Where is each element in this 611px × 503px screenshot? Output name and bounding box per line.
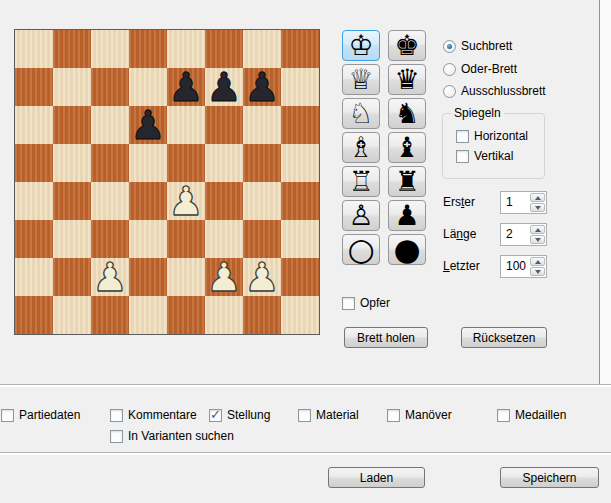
- square-f7[interactable]: ♟: [205, 68, 243, 106]
- square-b5[interactable]: [53, 144, 91, 182]
- checkbox-box: ✓: [298, 409, 311, 422]
- checkbox-label: Opfer: [360, 296, 390, 310]
- mirror-groupbox: Spiegeln ✓ Horizontal ✓ Vertikal: [442, 113, 545, 179]
- square-d2[interactable]: [129, 258, 167, 296]
- square-f4[interactable]: [205, 182, 243, 220]
- groupbox-title: Spiegeln: [451, 106, 504, 120]
- erster-value: 1: [506, 195, 513, 209]
- laenge-value: 2: [506, 227, 513, 241]
- spin-up-icon: [535, 228, 541, 232]
- square-e7[interactable]: ♟: [167, 68, 205, 106]
- any-black-piece-icon: ●: [393, 234, 420, 265]
- checkbox-label: Medaillen: [515, 408, 566, 422]
- square-a8[interactable]: [15, 30, 53, 68]
- square-d3[interactable]: [129, 220, 167, 258]
- piece-white-pawn: ♟: [168, 182, 204, 220]
- square-h4[interactable]: [281, 182, 319, 220]
- square-h2[interactable]: [281, 258, 319, 296]
- square-g4[interactable]: [243, 182, 281, 220]
- square-e6[interactable]: [167, 106, 205, 144]
- spin-up-button[interactable]: [530, 193, 545, 202]
- erster-label: Erster: [443, 195, 475, 209]
- divider-bottom: [0, 452, 611, 455]
- white-rook-icon: ♖: [348, 166, 373, 197]
- black-queen-icon: ♛: [394, 64, 419, 95]
- square-c4[interactable]: [91, 182, 129, 220]
- white-king-button[interactable]: ♔: [342, 30, 380, 61]
- white-queen-button[interactable]: ♕: [342, 64, 380, 95]
- checkbox-box: ✓: [387, 409, 400, 422]
- checkbox-label: Partiedaten: [19, 408, 80, 422]
- check-icon: ✓: [210, 407, 221, 422]
- square-b4[interactable]: [53, 182, 91, 220]
- square-c6[interactable]: [91, 106, 129, 144]
- black-bishop-icon: ♝: [394, 132, 419, 163]
- letzter-spinner[interactable]: 100: [500, 255, 547, 278]
- spin-down-button[interactable]: [530, 267, 545, 276]
- any-black-piece-button[interactable]: ●: [388, 234, 426, 265]
- square-a2[interactable]: [15, 258, 53, 296]
- black-pawn-icon: ♟: [394, 200, 419, 231]
- square-a6[interactable]: [15, 106, 53, 144]
- square-c3[interactable]: [91, 220, 129, 258]
- square-e5[interactable]: [167, 144, 205, 182]
- radio-ausschlussbrett[interactable]: Ausschlussbrett: [443, 84, 546, 98]
- load-button[interactable]: Laden: [328, 467, 425, 488]
- square-g7[interactable]: ♟: [243, 68, 281, 106]
- checkbox-material[interactable]: ✓ Material: [298, 408, 359, 422]
- black-king-button[interactable]: ♚: [388, 30, 426, 61]
- white-pawn-icon: ♙: [348, 200, 373, 231]
- square-d8[interactable]: [129, 30, 167, 68]
- square-f2[interactable]: ♟: [205, 258, 243, 296]
- square-b2[interactable]: [53, 258, 91, 296]
- black-bishop-button[interactable]: ♝: [388, 132, 426, 163]
- square-h6[interactable]: [281, 106, 319, 144]
- square-f8[interactable]: [205, 30, 243, 68]
- radio-label: Suchbrett: [461, 39, 512, 53]
- save-button[interactable]: Speichern: [500, 467, 599, 488]
- checkbox-vertikal[interactable]: ✓ Vertikal: [456, 149, 513, 163]
- checkbox-kommentare[interactable]: ✓ Kommentare: [110, 408, 197, 422]
- square-b8[interactable]: [53, 30, 91, 68]
- any-white-piece-button[interactable]: ○: [342, 234, 380, 265]
- square-e3[interactable]: [167, 220, 205, 258]
- white-bishop-icon: ♗: [348, 132, 373, 163]
- panel-right-edge: [599, 0, 600, 385]
- radio-label: Ausschlussbrett: [461, 84, 546, 98]
- white-queen-icon: ♕: [348, 64, 373, 95]
- checkbox-box: ✓: [110, 430, 123, 443]
- black-queen-button[interactable]: ♛: [388, 64, 426, 95]
- checkbox-label: Horizontal: [474, 129, 528, 143]
- square-c5[interactable]: [91, 144, 129, 182]
- checkbox-box: ✓: [456, 150, 469, 163]
- spin-up-button[interactable]: [530, 257, 545, 266]
- checkbox-box: ✓: [497, 409, 510, 422]
- divider-top: [0, 384, 611, 387]
- square-g6[interactable]: [243, 106, 281, 144]
- checkbox-manoever[interactable]: ✓ Manöver: [387, 408, 452, 422]
- square-f3[interactable]: [205, 220, 243, 258]
- square-d7[interactable]: [129, 68, 167, 106]
- black-king-icon: ♚: [394, 30, 419, 61]
- radio-oder-brett[interactable]: Oder-Brett: [443, 62, 517, 76]
- spin-down-icon: [535, 206, 541, 210]
- checkbox-label: Vertikal: [474, 149, 513, 163]
- checkbox-opfer[interactable]: ✓ Opfer: [342, 296, 390, 310]
- white-knight-icon: ♘: [348, 98, 373, 129]
- square-g8[interactable]: [243, 30, 281, 68]
- spin-up-icon: [535, 260, 541, 264]
- square-b3[interactable]: [53, 220, 91, 258]
- letzter-value: 100: [506, 259, 526, 273]
- square-e4[interactable]: ♟: [167, 182, 205, 220]
- square-g5[interactable]: [243, 144, 281, 182]
- checkbox-label: In Varianten suchen: [128, 429, 234, 443]
- piece-white-pawn: ♟: [92, 258, 128, 296]
- radio-circle-icon: [443, 63, 456, 76]
- black-rook-icon: ♜: [394, 166, 419, 197]
- laenge-label: Länge: [443, 227, 476, 241]
- checkbox-box: ✓: [456, 130, 469, 143]
- reset-button[interactable]: Rücksetzen: [461, 327, 547, 348]
- piece-black-pawn: ♟: [168, 68, 204, 106]
- square-h1[interactable]: [281, 296, 319, 334]
- checkbox-partiedaten[interactable]: ✓ Partiedaten: [1, 408, 80, 422]
- radio-circle-icon: [443, 40, 456, 53]
- checkbox-label: Kommentare: [128, 408, 197, 422]
- square-e1[interactable]: [167, 296, 205, 334]
- checkbox-box: ✓: [1, 409, 14, 422]
- checkbox-box: ✓: [342, 297, 355, 310]
- square-a7[interactable]: [15, 68, 53, 106]
- square-a3[interactable]: [15, 220, 53, 258]
- piece-selector: ♔♚♕♛♘♞♗♝♖♜♙♟○●: [342, 30, 426, 268]
- square-a5[interactable]: [15, 144, 53, 182]
- letzter-label: Letzter: [443, 259, 480, 273]
- laenge-spinner[interactable]: 2: [500, 223, 547, 246]
- white-bishop-button[interactable]: ♗: [342, 132, 380, 163]
- checkbox-in-varianten-suchen[interactable]: ✓ In Varianten suchen: [110, 429, 234, 443]
- radio-suchbrett[interactable]: Suchbrett: [443, 39, 512, 53]
- square-h8[interactable]: [281, 30, 319, 68]
- square-c7[interactable]: [91, 68, 129, 106]
- panel-right-strip: [600, 0, 611, 385]
- square-h5[interactable]: [281, 144, 319, 182]
- fetch-board-button[interactable]: Brett holen: [344, 327, 428, 348]
- square-d4[interactable]: [129, 182, 167, 220]
- erster-spinner[interactable]: 1: [500, 191, 547, 214]
- square-e2[interactable]: [167, 258, 205, 296]
- square-a4[interactable]: [15, 182, 53, 220]
- square-g2[interactable]: ♟: [243, 258, 281, 296]
- spin-down-button[interactable]: [530, 203, 545, 212]
- spin-down-icon: [535, 238, 541, 242]
- any-white-piece-icon: ○: [347, 234, 374, 265]
- piece-white-pawn: ♟: [206, 258, 242, 296]
- spin-down-icon: [535, 270, 541, 274]
- square-h3[interactable]: [281, 220, 319, 258]
- square-b7[interactable]: [53, 68, 91, 106]
- square-b6[interactable]: [53, 106, 91, 144]
- white-rook-button[interactable]: ♖: [342, 166, 380, 197]
- white-pawn-button[interactable]: ♙: [342, 200, 380, 231]
- square-e8[interactable]: [167, 30, 205, 68]
- checkbox-horizontal[interactable]: ✓ Horizontal: [456, 129, 528, 143]
- square-g3[interactable]: [243, 220, 281, 258]
- position-search-dialog: ♟♟♟♟♟♟♟♟ ♔♚♕♛♘♞♗♝♖♜♙♟○● Suchbrett Oder-B…: [0, 0, 611, 503]
- checkbox-box: ✓: [209, 409, 222, 422]
- radio-dot-icon: [447, 44, 452, 49]
- white-knight-button[interactable]: ♘: [342, 98, 380, 129]
- checkbox-label: Manöver: [405, 408, 452, 422]
- checkbox-medaillen[interactable]: ✓ Medaillen: [497, 408, 566, 422]
- spin-up-icon: [535, 196, 541, 200]
- square-d1[interactable]: [129, 296, 167, 334]
- square-f1[interactable]: [205, 296, 243, 334]
- square-f5[interactable]: [205, 144, 243, 182]
- square-d5[interactable]: [129, 144, 167, 182]
- radio-label: Oder-Brett: [461, 62, 517, 76]
- square-c8[interactable]: [91, 30, 129, 68]
- black-knight-icon: ♞: [394, 98, 419, 129]
- piece-white-pawn: ♟: [244, 258, 280, 296]
- black-pawn-button[interactable]: ♟: [388, 200, 426, 231]
- checkbox-label: Stellung: [227, 408, 270, 422]
- chess-board[interactable]: ♟♟♟♟♟♟♟♟: [14, 29, 320, 335]
- checkbox-label: Material: [316, 408, 359, 422]
- spin-up-button[interactable]: [530, 225, 545, 234]
- black-rook-button[interactable]: ♜: [388, 166, 426, 197]
- piece-black-pawn: ♟: [244, 68, 280, 106]
- black-knight-button[interactable]: ♞: [388, 98, 426, 129]
- square-d6[interactable]: ♟: [129, 106, 167, 144]
- square-h7[interactable]: [281, 68, 319, 106]
- white-king-icon: ♔: [348, 30, 373, 61]
- square-b1[interactable]: [53, 296, 91, 334]
- piece-black-pawn: ♟: [130, 106, 166, 144]
- square-a1[interactable]: [15, 296, 53, 334]
- radio-circle-icon: [443, 85, 456, 98]
- square-f6[interactable]: [205, 106, 243, 144]
- square-c2[interactable]: ♟: [91, 258, 129, 296]
- checkbox-stellung[interactable]: ✓ Stellung: [209, 408, 270, 422]
- checkbox-box: ✓: [110, 409, 123, 422]
- spin-down-button[interactable]: [530, 235, 545, 244]
- square-c1[interactable]: [91, 296, 129, 334]
- piece-black-pawn: ♟: [206, 68, 242, 106]
- square-g1[interactable]: [243, 296, 281, 334]
